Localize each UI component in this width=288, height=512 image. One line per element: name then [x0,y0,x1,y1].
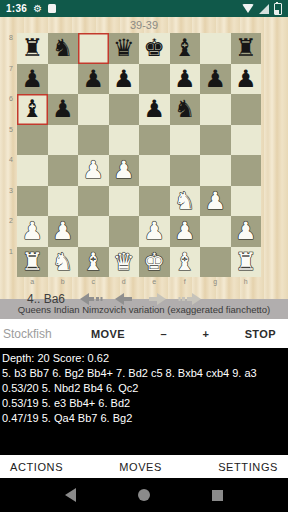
square-g8[interactable] [200,33,231,64]
gear-icon: ⚙ [33,4,42,14]
square-h1[interactable]: ♜ [231,247,262,278]
square-h3[interactable] [231,186,262,217]
square-a4[interactable] [17,155,48,186]
square-f6[interactable]: ♞ [170,94,201,125]
moves-tab[interactable]: MOVES [119,461,162,473]
black-pawn: ♟ [52,94,74,124]
black-pawn: ♟ [174,64,196,94]
white-king: ♚ [143,247,165,277]
square-d6[interactable] [109,94,140,125]
white-rook: ♜ [21,247,43,277]
square-e3[interactable] [139,186,170,217]
square-b4[interactable] [48,155,79,186]
square-c2[interactable] [78,216,109,247]
engine-depth-score: Depth: 20 Score: 0.62 [2,351,286,366]
white-knight: ♞ [174,186,196,216]
square-b1[interactable]: ♞ [48,247,79,278]
increase-button[interactable]: + [202,328,209,340]
rank-label-6: 6 [0,94,16,125]
engine-control-bar: Stockfish MOVE – + STOP [0,319,288,348]
clock: 1:36 [6,3,27,14]
square-a5[interactable] [17,125,48,156]
black-knight: ♞ [52,33,74,63]
square-e1[interactable]: ♚ [139,247,170,278]
android-nav-bar [0,478,288,512]
square-e2[interactable]: ♟ [139,216,170,247]
square-g7[interactable]: ♟ [200,64,231,95]
engine-output: Depth: 20 Score: 0.62 5. b3 Bb7 6. Bg2 B… [0,348,288,455]
square-f8[interactable]: ♝ [170,33,201,64]
square-e6[interactable]: ♟ [139,94,170,125]
rank-label-1: 1 [0,247,16,278]
square-b8[interactable]: ♞ [48,33,79,64]
square-c3[interactable] [78,186,109,217]
square-b7[interactable] [48,64,79,95]
rank-label-3: 3 [0,186,16,217]
square-g4[interactable] [200,155,231,186]
board-area: 39-39 87654321 ♜♞♛♚♝♜♟♟♟♟♟♟♝♟♟♞♟♟♞♟♟♟♟♟♟… [0,17,288,299]
square-g1[interactable] [200,247,231,278]
square-e7[interactable] [139,64,170,95]
square-c1[interactable]: ♝ [78,247,109,278]
square-a6[interactable]: ♝ [17,94,48,125]
engine-pv-line: 0.47/19 5. Qa4 Bb7 6. Bg2 [2,411,286,426]
white-pawn: ♟ [174,216,196,246]
square-b2[interactable]: ♟ [48,216,79,247]
square-b3[interactable] [48,186,79,217]
current-move-label: 4.. Ba6 [27,292,65,306]
white-queen: ♛ [113,247,135,277]
square-h2[interactable]: ♟ [231,216,262,247]
engine-pv-line: 5. b3 Bb7 6. Bg2 Bb4+ 7. Bd2 c5 8. Bxb4 … [2,366,286,381]
engine-pv-line: 0.53/19 5. e3 Bb4+ 6. Bd2 [2,396,286,411]
rank-label-5: 5 [0,125,16,156]
square-a7[interactable]: ♟ [17,64,48,95]
white-pawn: ♟ [52,216,74,246]
white-rook: ♜ [235,247,257,277]
square-d7[interactable]: ♟ [109,64,140,95]
status-bar: 1:36 ⚙ [0,0,288,17]
square-a1[interactable]: ♜ [17,247,48,278]
square-d5[interactable] [109,125,140,156]
black-pawn: ♟ [143,94,165,124]
square-g2[interactable] [200,216,231,247]
black-pawn: ♟ [204,64,226,94]
white-knight: ♞ [52,247,74,277]
rank-label-2: 2 [0,216,16,247]
square-d2[interactable] [109,216,140,247]
file-label-b: b [48,277,79,286]
square-a3[interactable] [17,186,48,217]
black-king: ♚ [143,33,165,63]
square-f3[interactable]: ♞ [170,186,201,217]
material-score: 39-39 [0,17,288,33]
square-f1[interactable]: ♝ [170,247,201,278]
square-g5[interactable] [200,125,231,156]
square-c4[interactable]: ♟ [78,155,109,186]
move-button[interactable]: MOVE [91,328,125,340]
file-labels: abcdefgh [17,277,261,286]
signal-icon [259,4,269,14]
home-icon[interactable] [138,489,150,501]
square-g3[interactable]: ♟ [200,186,231,217]
square-f4[interactable] [170,155,201,186]
square-f7[interactable]: ♟ [170,64,201,95]
square-h7[interactable]: ♟ [231,64,262,95]
rank-labels: 87654321 [0,33,16,277]
square-d8[interactable]: ♛ [109,33,140,64]
square-b6[interactable]: ♟ [48,94,79,125]
square-b5[interactable] [48,125,79,156]
square-e5[interactable] [139,125,170,156]
file-label-e: e [139,277,170,286]
back-move-button[interactable] [112,292,136,306]
move-navigation-bar: 4.. Ba6 [0,286,288,312]
black-rook: ♜ [21,33,43,63]
black-pawn: ♟ [21,64,43,94]
file-label-a: a [17,277,48,286]
notification-icon [48,4,56,13]
black-rook: ♜ [235,33,257,63]
square-e4[interactable] [139,155,170,186]
stop-button[interactable]: STOP [245,328,276,340]
file-label-d: d [109,277,140,286]
engine-name: Stockfish [3,327,91,341]
square-f2[interactable]: ♟ [170,216,201,247]
square-h5[interactable] [231,125,262,156]
square-f5[interactable] [170,125,201,156]
settings-tab[interactable]: SETTINGS [218,461,278,473]
actions-tab[interactable]: ACTIONS [10,461,63,473]
file-label-c: c [78,277,109,286]
go-to-end-button[interactable] [178,292,202,306]
white-pawn: ♟ [235,216,257,246]
wifi-icon [242,4,254,13]
back-icon[interactable] [65,488,76,502]
square-h4[interactable] [231,155,262,186]
white-pawn: ♟ [82,155,104,185]
square-d3[interactable] [109,186,140,217]
square-c6[interactable] [78,94,109,125]
engine-pv-line: 0.53/20 5. Nbd2 Bb4 6. Qc2 [2,381,286,396]
black-knight: ♞ [174,94,196,124]
square-c7[interactable]: ♟ [78,64,109,95]
file-label-h: h [231,277,262,286]
white-pawn: ♟ [21,216,43,246]
black-bishop: ♝ [21,94,43,124]
white-bishop: ♝ [82,247,104,277]
black-pawn: ♟ [113,64,135,94]
square-d4[interactable]: ♟ [109,155,140,186]
square-h8[interactable]: ♜ [231,33,262,64]
rank-label-4: 4 [0,155,16,186]
board: ♜♞♛♚♝♜♟♟♟♟♟♟♝♟♟♞♟♟♞♟♟♟♟♟♟♜♞♝♛♚♝♜ [17,33,261,277]
rank-label-7: 7 [0,64,16,95]
white-pawn: ♟ [204,186,226,216]
square-a2[interactable]: ♟ [17,216,48,247]
white-pawn: ♟ [113,155,135,185]
forward-move-button[interactable] [145,292,169,306]
chess-app-screen: 1:36 ⚙ 39-39 87654321 ♜♞♛♚♝♜♟♟♟♟♟♟♝♟♟♞♟♟… [0,0,288,512]
square-g6[interactable] [200,94,231,125]
rank-label-8: 8 [0,33,16,64]
square-d1[interactable]: ♛ [109,247,140,278]
file-label-f: f [170,277,201,286]
white-pawn: ♟ [143,216,165,246]
bottom-menu-bar: ACTIONS MOVES SETTINGS [0,455,288,478]
square-e8[interactable]: ♚ [139,33,170,64]
square-h6[interactable] [231,94,262,125]
black-pawn: ♟ [235,64,257,94]
square-a8[interactable]: ♜ [17,33,48,64]
square-c8[interactable] [78,33,109,64]
file-label-g: g [200,277,231,286]
black-bishop: ♝ [174,33,196,63]
decrease-button[interactable]: – [160,328,167,340]
square-c5[interactable] [78,125,109,156]
black-queen: ♛ [113,33,135,63]
battery-icon [274,3,282,15]
recents-icon[interactable] [212,490,223,501]
white-bishop: ♝ [174,247,196,277]
go-to-start-button[interactable] [79,292,103,306]
black-pawn: ♟ [82,64,104,94]
